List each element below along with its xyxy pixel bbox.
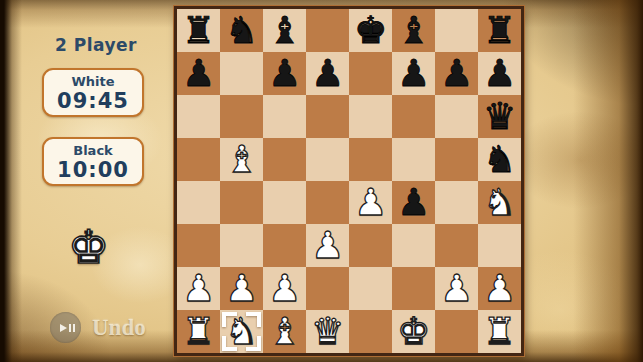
square-a3[interactable] [177, 224, 220, 267]
square-g1[interactable] [435, 310, 478, 353]
white-bishop[interactable]: ♝ [268, 313, 301, 350]
square-f3[interactable] [392, 224, 435, 267]
square-e8[interactable]: ♚ [349, 9, 392, 52]
play-pause-icon[interactable] [50, 312, 81, 343]
square-g2[interactable]: ♟ [435, 267, 478, 310]
square-e6[interactable] [349, 95, 392, 138]
square-h6[interactable]: ♛ [478, 95, 521, 138]
selection-bracket [246, 336, 261, 351]
square-b4[interactable] [220, 181, 263, 224]
black-knight[interactable]: ♞ [483, 141, 516, 178]
black-rook[interactable]: ♜ [182, 12, 215, 49]
square-c8[interactable]: ♝ [263, 9, 306, 52]
black-rook[interactable]: ♜ [483, 12, 516, 49]
chess-board[interactable]: ♜♞♝♚♝♜♟♟♟♟♟♟♛♝♞♟♟♞♟♟♟♟♟♟♜♞♝♛♚♜ [174, 6, 524, 356]
white-rook[interactable]: ♜ [182, 313, 215, 350]
white-knight[interactable]: ♞ [483, 184, 516, 221]
square-d1[interactable]: ♛ [306, 310, 349, 353]
mode-label: 2 Player [26, 35, 166, 55]
black-clock-time: 10:00 [44, 159, 142, 181]
black-knight[interactable]: ♞ [225, 12, 258, 49]
square-b7[interactable] [220, 52, 263, 95]
white-king-turn-icon: ♚ [68, 224, 109, 270]
square-g3[interactable] [435, 224, 478, 267]
square-e7[interactable] [349, 52, 392, 95]
square-a4[interactable] [177, 181, 220, 224]
square-e1[interactable] [349, 310, 392, 353]
square-d3[interactable]: ♟ [306, 224, 349, 267]
square-d4[interactable] [306, 181, 349, 224]
square-h5[interactable]: ♞ [478, 138, 521, 181]
selection-bracket [222, 312, 237, 327]
square-h3[interactable] [478, 224, 521, 267]
black-pawn[interactable]: ♟ [182, 55, 215, 92]
square-b3[interactable] [220, 224, 263, 267]
square-d7[interactable]: ♟ [306, 52, 349, 95]
white-pawn[interactable]: ♟ [182, 270, 215, 307]
square-h8[interactable]: ♜ [478, 9, 521, 52]
square-f8[interactable]: ♝ [392, 9, 435, 52]
square-g7[interactable]: ♟ [435, 52, 478, 95]
black-bishop[interactable]: ♝ [268, 12, 301, 49]
white-clock-time: 09:45 [44, 90, 142, 112]
square-c1[interactable]: ♝ [263, 310, 306, 353]
selection-bracket [246, 312, 261, 327]
square-g8[interactable] [435, 9, 478, 52]
black-queen[interactable]: ♛ [483, 98, 516, 135]
white-pawn[interactable]: ♟ [268, 270, 301, 307]
square-f7[interactable]: ♟ [392, 52, 435, 95]
square-h7[interactable]: ♟ [478, 52, 521, 95]
black-king[interactable]: ♚ [354, 12, 387, 49]
square-b6[interactable] [220, 95, 263, 138]
square-a8[interactable]: ♜ [177, 9, 220, 52]
square-c4[interactable] [263, 181, 306, 224]
square-f5[interactable] [392, 138, 435, 181]
selection-bracket [222, 336, 237, 351]
white-bishop[interactable]: ♝ [225, 141, 258, 178]
square-h1[interactable]: ♜ [478, 310, 521, 353]
square-b8[interactable]: ♞ [220, 9, 263, 52]
square-c5[interactable] [263, 138, 306, 181]
square-e4[interactable]: ♟ [349, 181, 392, 224]
square-a5[interactable] [177, 138, 220, 181]
square-f1[interactable]: ♚ [392, 310, 435, 353]
square-g5[interactable] [435, 138, 478, 181]
white-clock: White 09:45 [42, 68, 144, 117]
black-clock-label: Black [44, 143, 142, 159]
white-pawn[interactable]: ♟ [225, 270, 258, 307]
square-c2[interactable]: ♟ [263, 267, 306, 310]
square-b1[interactable]: ♞ [220, 310, 263, 353]
black-pawn[interactable]: ♟ [483, 55, 516, 92]
square-c7[interactable]: ♟ [263, 52, 306, 95]
square-d8[interactable] [306, 9, 349, 52]
square-f6[interactable] [392, 95, 435, 138]
square-b5[interactable]: ♝ [220, 138, 263, 181]
square-h2[interactable]: ♟ [478, 267, 521, 310]
square-e5[interactable] [349, 138, 392, 181]
square-f4[interactable]: ♟ [392, 181, 435, 224]
square-c3[interactable] [263, 224, 306, 267]
square-a1[interactable]: ♜ [177, 310, 220, 353]
white-king[interactable]: ♚ [397, 313, 430, 350]
square-c6[interactable] [263, 95, 306, 138]
undo-label[interactable]: Undo [92, 315, 146, 341]
white-pawn[interactable]: ♟ [440, 270, 473, 307]
square-d6[interactable] [306, 95, 349, 138]
black-pawn[interactable]: ♟ [440, 55, 473, 92]
square-d5[interactable] [306, 138, 349, 181]
square-a7[interactable]: ♟ [177, 52, 220, 95]
pause-bar-icon [69, 324, 71, 332]
square-a6[interactable] [177, 95, 220, 138]
black-pawn[interactable]: ♟ [268, 55, 301, 92]
undo-button[interactable]: Undo [50, 312, 146, 343]
white-pawn[interactable]: ♟ [483, 270, 516, 307]
black-pawn[interactable]: ♟ [311, 55, 344, 92]
square-h4[interactable]: ♞ [478, 181, 521, 224]
square-e2[interactable] [349, 267, 392, 310]
black-clock: Black 10:00 [42, 137, 144, 186]
square-e3[interactable] [349, 224, 392, 267]
square-b2[interactable]: ♟ [220, 267, 263, 310]
black-bishop[interactable]: ♝ [397, 12, 430, 49]
white-rook[interactable]: ♜ [483, 313, 516, 350]
black-pawn[interactable]: ♟ [397, 55, 430, 92]
square-a2[interactable]: ♟ [177, 267, 220, 310]
square-g4[interactable] [435, 181, 478, 224]
white-pawn[interactable]: ♟ [311, 227, 344, 264]
white-clock-label: White [44, 74, 142, 90]
white-queen[interactable]: ♛ [311, 313, 344, 350]
pause-bar-icon [73, 324, 75, 332]
square-g6[interactable] [435, 95, 478, 138]
square-d2[interactable] [306, 267, 349, 310]
white-pawn[interactable]: ♟ [354, 184, 387, 221]
square-f2[interactable] [392, 267, 435, 310]
black-pawn[interactable]: ♟ [397, 184, 430, 221]
play-triangle-icon [60, 324, 67, 332]
